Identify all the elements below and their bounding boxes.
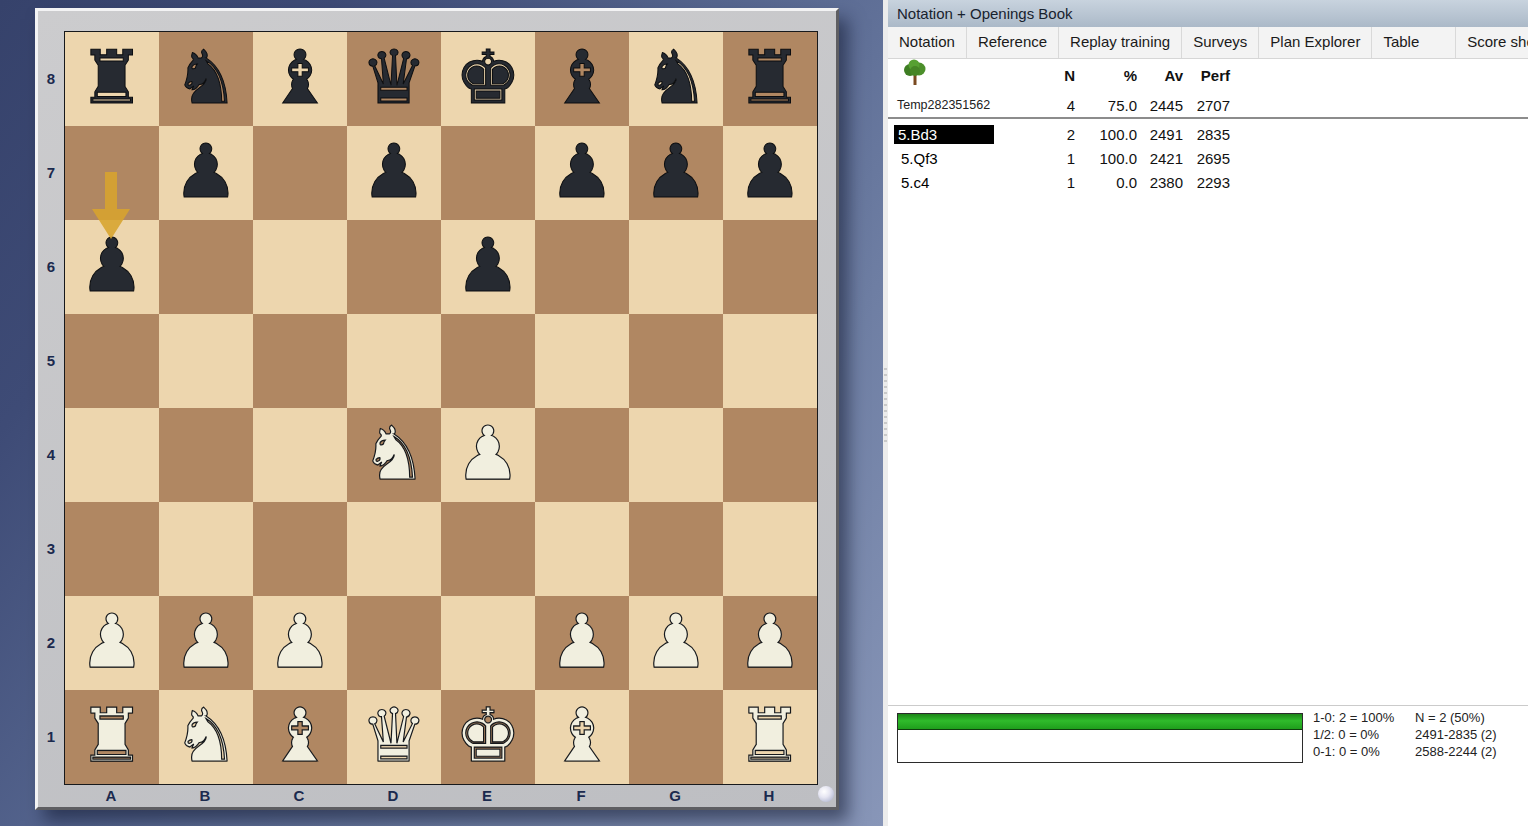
black-pawn-piece: ♟ [455,228,521,302]
white-knight-piece: ♞ [361,416,427,490]
square-c6[interactable] [253,220,347,314]
tab-reference[interactable]: Reference [966,27,1058,58]
square-c3[interactable] [253,502,347,596]
book-separator [888,117,1528,119]
book-move-row[interactable]: 5.Bd3 2 100.0 2491 2835 [888,122,1528,146]
square-b6[interactable] [159,220,253,314]
square-c5[interactable] [253,314,347,408]
panel-title: Notation + Openings Book [888,0,1528,27]
rank-labels: 87654321 [38,31,64,783]
square-h5[interactable] [723,314,817,408]
book-name: Temp282351562 [888,98,1038,114]
square-b7[interactable]: ♟ [159,126,253,220]
rank-label-4: 4 [38,407,64,501]
square-f3[interactable] [535,502,629,596]
square-a2[interactable]: ♟ [65,596,159,690]
square-b1[interactable]: ♞ [159,690,253,784]
rank-label-5: 5 [38,313,64,407]
black-knight-piece: ♞ [643,40,709,114]
black-bishop-piece: ♝ [267,40,333,114]
square-f4[interactable] [535,408,629,502]
white-pawn-piece: ♟ [173,604,239,678]
tab-bar: Notation Reference Replay training Surve… [888,27,1528,59]
stat-black-wins: 0-1: 0 = 0% [1313,744,1415,761]
col-header-pct[interactable]: % [1075,67,1137,84]
splitter-grip-icon[interactable] [884,368,887,444]
square-e2[interactable] [441,596,535,690]
square-g3[interactable] [629,502,723,596]
book-move-row[interactable]: 5.Qf3 1 100.0 2421 2695 [888,146,1528,170]
square-b5[interactable] [159,314,253,408]
square-a8[interactable]: ♜ [65,32,159,126]
square-a4[interactable] [65,408,159,502]
square-d7[interactable]: ♟ [347,126,441,220]
rank-label-7: 7 [38,125,64,219]
root-perf: 2707 [1183,97,1230,114]
square-e5[interactable] [441,314,535,408]
white-rook-piece: ♜ [79,698,145,772]
black-pawn-piece: ♟ [737,134,803,208]
square-e1[interactable]: ♚ [441,690,535,784]
square-h3[interactable] [723,502,817,596]
tab-replay-training[interactable]: Replay training [1058,27,1181,58]
stat-ratings2: 2588-2244 (2) [1415,744,1497,761]
tab-table[interactable]: Table [1371,27,1455,58]
square-g6[interactable] [629,220,723,314]
tab-surveys[interactable]: Surveys [1181,27,1258,58]
square-h6[interactable] [723,220,817,314]
square-a1[interactable]: ♜ [65,690,159,784]
rank-label-8: 8 [38,31,64,125]
square-f8[interactable]: ♝ [535,32,629,126]
black-queen-piece: ♛ [361,40,427,114]
square-c4[interactable] [253,408,347,502]
rank-label-1: 1 [38,689,64,783]
square-b2[interactable]: ♟ [159,596,253,690]
col-header-n[interactable]: N [1038,67,1075,84]
move-pct: 100.0 [1075,150,1137,167]
app-window: 87654321 ♜♞♝♛♚♝♞♜♟♟♟♟♟♟♟♞♟♟♟♟♟♟♟♜♞♝♛♚♝♜ … [0,0,1528,826]
square-h4[interactable] [723,408,817,502]
square-e8[interactable]: ♚ [441,32,535,126]
square-d2[interactable] [347,596,441,690]
tab-notation[interactable]: Notation [888,27,966,58]
white-pawn-piece: ♟ [455,416,521,490]
black-knight-piece: ♞ [173,40,239,114]
square-h8[interactable]: ♜ [723,32,817,126]
move-n: 1 [1038,150,1075,167]
book-tree-icon[interactable] [888,59,1038,91]
move-pct: 0.0 [1075,174,1137,191]
black-pawn-piece: ♟ [173,134,239,208]
root-pct: 75.0 [1075,97,1137,114]
square-h1[interactable]: ♜ [723,690,817,784]
move-label[interactable]: 5.Qf3 [897,149,942,168]
board-window-background: 87654321 ♜♞♝♛♚♝♞♜♟♟♟♟♟♟♟♞♟♟♟♟♟♟♟♜♞♝♛♚♝♜ … [0,0,883,826]
square-c8[interactable]: ♝ [253,32,347,126]
square-g7[interactable]: ♟ [629,126,723,220]
notation-openings-panel: Notation + Openings Book Notation Refere… [888,0,1528,826]
square-d1[interactable]: ♛ [347,690,441,784]
file-labels: ABCDEFGH [64,783,816,807]
square-f2[interactable]: ♟ [535,596,629,690]
square-g1[interactable] [629,690,723,784]
white-bishop-piece: ♝ [267,698,333,772]
square-h7[interactable]: ♟ [723,126,817,220]
stat-n: N = 2 (50%) [1415,710,1497,727]
square-b8[interactable]: ♞ [159,32,253,126]
file-label-c: C [252,783,346,807]
white-pawn-piece: ♟ [549,604,615,678]
stat-white-wins: 1-0: 2 = 100% [1313,710,1415,727]
square-d6[interactable] [347,220,441,314]
book-move-row[interactable]: 5.c4 1 0.0 2380 2293 [888,170,1528,194]
square-d4[interactable]: ♞ [347,408,441,502]
rank-label-3: 3 [38,501,64,595]
square-d8[interactable]: ♛ [347,32,441,126]
move-av: 2421 [1137,150,1183,167]
file-label-d: D [346,783,440,807]
board-frame: 87654321 ♜♞♝♛♚♝♞♜♟♟♟♟♟♟♟♞♟♟♟♟♟♟♟♜♞♝♛♚♝♜ … [35,8,839,810]
black-king-piece: ♚ [455,40,521,114]
white-pawn-piece: ♟ [79,604,145,678]
square-d3[interactable] [347,502,441,596]
square-c1[interactable]: ♝ [253,690,347,784]
white-queen-piece: ♛ [361,698,427,772]
file-label-f: F [534,783,628,807]
root-n: 4 [1038,97,1075,114]
book-move-list: 5.Bd3 2 100.0 2491 2835 5.Qf3 1 100.0 24… [888,122,1528,194]
square-e4[interactable]: ♟ [441,408,535,502]
black-bishop-piece: ♝ [549,40,615,114]
move-av: 2491 [1137,126,1183,143]
square-f5[interactable] [535,314,629,408]
square-a6[interactable]: ♟ [65,220,159,314]
move-pct: 100.0 [1075,126,1137,143]
square-g2[interactable]: ♟ [629,596,723,690]
square-e3[interactable] [441,502,535,596]
square-b4[interactable] [159,408,253,502]
square-a7[interactable] [65,126,159,220]
white-knight-piece: ♞ [173,698,239,772]
move-n: 2 [1038,126,1075,143]
file-label-a: A [64,783,158,807]
move-label[interactable]: 5.c4 [897,173,933,192]
square-c2[interactable]: ♟ [253,596,347,690]
square-e7[interactable] [441,126,535,220]
white-pawn-piece: ♟ [643,604,709,678]
col-header-perf[interactable]: Perf [1183,67,1230,84]
square-e6[interactable]: ♟ [441,220,535,314]
file-label-b: B [158,783,252,807]
square-f6[interactable] [535,220,629,314]
square-g5[interactable] [629,314,723,408]
square-c7[interactable] [253,126,347,220]
move-perf: 2835 [1183,126,1230,143]
move-perf: 2695 [1183,150,1230,167]
square-h2[interactable]: ♟ [723,596,817,690]
square-g8[interactable]: ♞ [629,32,723,126]
stats-text: 1-0: 2 = 100% N = 2 (50%) 1/2: 0 = 0% 24… [1313,710,1497,761]
move-perf: 2293 [1183,174,1230,191]
stats-area: 1-0: 2 = 100% N = 2 (50%) 1/2: 0 = 0% 24… [888,706,1528,767]
white-rook-piece: ♜ [737,698,803,772]
col-header-av[interactable]: Av [1137,67,1183,84]
file-label-e: E [440,783,534,807]
stat-ratings: 2491-2835 (2) [1415,727,1497,744]
file-label-g: G [628,783,722,807]
square-d5[interactable] [347,314,441,408]
book-header-row: N % Av Perf [888,59,1528,91]
book-root-row[interactable]: Temp282351562 4 75.0 2445 2707 [888,91,1528,114]
white-king-piece: ♚ [455,698,521,772]
tab-score-sheet[interactable]: Score sheet [1455,27,1528,58]
black-pawn-piece: ♟ [549,134,615,208]
square-a5[interactable] [65,314,159,408]
black-pawn-piece: ♟ [79,228,145,302]
rank-label-2: 2 [38,595,64,689]
move-av: 2380 [1137,174,1183,191]
white-bishop-piece: ♝ [549,698,615,772]
move-label[interactable]: 5.Bd3 [894,125,994,144]
black-pawn-piece: ♟ [643,134,709,208]
tab-plan-explorer[interactable]: Plan Explorer [1258,27,1371,58]
square-f1[interactable]: ♝ [535,690,629,784]
root-av: 2445 [1137,97,1183,114]
black-rook-piece: ♜ [79,40,145,114]
square-b3[interactable] [159,502,253,596]
white-pawn-piece: ♟ [267,604,333,678]
corner-ball-icon [818,786,834,802]
results-bar [897,713,1303,763]
stat-draws: 1/2: 0 = 0% [1313,727,1415,744]
square-f7[interactable]: ♟ [535,126,629,220]
black-pawn-piece: ♟ [361,134,427,208]
white-wins-bar [898,714,1302,730]
black-rook-piece: ♜ [737,40,803,114]
chess-board[interactable]: ♜♞♝♛♚♝♞♜♟♟♟♟♟♟♟♞♟♟♟♟♟♟♟♜♞♝♛♚♝♜ [64,31,818,785]
square-a3[interactable] [65,502,159,596]
rank-label-6: 6 [38,219,64,313]
file-label-h: H [722,783,816,807]
square-g4[interactable] [629,408,723,502]
move-n: 1 [1038,174,1075,191]
white-pawn-piece: ♟ [737,604,803,678]
